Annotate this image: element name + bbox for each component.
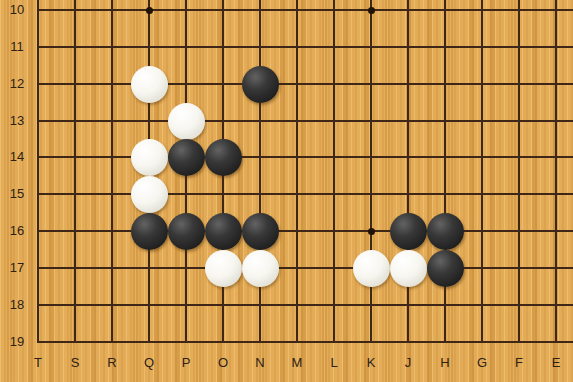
intersection-g11[interactable] xyxy=(464,29,501,66)
intersection-n16[interactable] xyxy=(242,213,279,250)
intersection-j13[interactable] xyxy=(390,103,427,140)
col-label-s: S xyxy=(63,356,87,370)
intersection-l13[interactable] xyxy=(316,103,353,140)
intersection-l11[interactable] xyxy=(316,29,353,66)
intersection-h13[interactable] xyxy=(427,103,464,140)
intersection-s17[interactable] xyxy=(57,250,94,287)
intersection-e17[interactable] xyxy=(538,250,573,287)
intersection-f15[interactable] xyxy=(501,176,538,213)
intersection-j12[interactable] xyxy=(390,66,427,103)
col-label-j: J xyxy=(396,356,420,370)
col-label-h: H xyxy=(433,356,457,370)
intersection-f14[interactable] xyxy=(501,139,538,176)
intersection-k12[interactable] xyxy=(353,66,390,103)
intersection-f13[interactable] xyxy=(501,103,538,140)
intersection-l17[interactable] xyxy=(316,250,353,287)
row-label-13: 13 xyxy=(0,113,34,129)
row-label-15: 15 xyxy=(0,186,34,202)
intersection-o17[interactable] xyxy=(205,250,242,287)
col-label-g: G xyxy=(470,356,494,370)
intersection-o14[interactable] xyxy=(205,139,242,176)
intersection-p11[interactable] xyxy=(168,29,205,66)
col-label-q: Q xyxy=(137,356,161,370)
stone-white xyxy=(353,250,390,287)
intersection-h15[interactable] xyxy=(427,176,464,213)
intersection-q15[interactable] xyxy=(131,176,168,213)
stone-white xyxy=(131,176,168,213)
intersection-r15[interactable] xyxy=(94,176,131,213)
intersection-g10[interactable] xyxy=(464,0,501,29)
intersection-j16[interactable] xyxy=(390,213,427,250)
intersection-h12[interactable] xyxy=(427,66,464,103)
intersection-k15[interactable] xyxy=(353,176,390,213)
intersection-n10[interactable] xyxy=(242,0,279,29)
intersection-e16[interactable] xyxy=(538,213,573,250)
intersection-j17[interactable] xyxy=(390,250,427,287)
intersection-e13[interactable] xyxy=(538,103,573,140)
col-label-e: E xyxy=(544,356,568,370)
intersection-k10[interactable] xyxy=(353,0,390,29)
intersection-n17[interactable] xyxy=(242,250,279,287)
intersection-r11[interactable] xyxy=(94,29,131,66)
intersection-k14[interactable] xyxy=(353,139,390,176)
intersection-h10[interactable] xyxy=(427,0,464,29)
stone-black xyxy=(205,213,242,250)
row-label-19: 19 xyxy=(0,334,34,350)
intersection-f18[interactable] xyxy=(501,287,538,324)
intersection-s18[interactable] xyxy=(57,287,94,324)
stone-black xyxy=(427,250,464,287)
intersection-p14[interactable] xyxy=(168,139,205,176)
intersection-k16[interactable] xyxy=(353,213,390,250)
row-label-16: 16 xyxy=(0,223,34,239)
intersection-f10[interactable] xyxy=(501,0,538,29)
intersection-o15[interactable] xyxy=(205,176,242,213)
intersection-l10[interactable] xyxy=(316,0,353,29)
intersection-g18[interactable] xyxy=(464,287,501,324)
col-label-r: R xyxy=(100,356,124,370)
intersection-k17[interactable] xyxy=(353,250,390,287)
intersection-q11[interactable] xyxy=(131,29,168,66)
intersection-g12[interactable] xyxy=(464,66,501,103)
intersection-r18[interactable] xyxy=(94,287,131,324)
intersection-k13[interactable] xyxy=(353,103,390,140)
row-label-18: 18 xyxy=(0,297,34,313)
col-label-m: M xyxy=(285,356,309,370)
intersection-p18[interactable] xyxy=(168,287,205,324)
intersection-r14[interactable] xyxy=(94,139,131,176)
intersection-l16[interactable] xyxy=(316,213,353,250)
intersection-f11[interactable] xyxy=(501,29,538,66)
intersection-l15[interactable] xyxy=(316,176,353,213)
stone-black xyxy=(168,139,205,176)
row-label-14: 14 xyxy=(0,149,34,165)
intersection-q12[interactable] xyxy=(131,66,168,103)
intersection-f17[interactable] xyxy=(501,250,538,287)
intersection-r16[interactable] xyxy=(94,213,131,250)
intersection-m11[interactable] xyxy=(279,29,316,66)
intersection-s15[interactable] xyxy=(57,176,94,213)
intersection-l18[interactable] xyxy=(316,287,353,324)
intersection-f12[interactable] xyxy=(501,66,538,103)
intersection-m16[interactable] xyxy=(279,213,316,250)
intersection-e14[interactable] xyxy=(538,139,573,176)
col-label-n: N xyxy=(248,356,272,370)
stone-black xyxy=(242,213,279,250)
stone-white xyxy=(168,103,205,140)
col-label-o: O xyxy=(211,356,235,370)
intersection-g14[interactable] xyxy=(464,139,501,176)
intersection-j15[interactable] xyxy=(390,176,427,213)
col-label-t: T xyxy=(26,356,50,370)
row-label-10: 10 xyxy=(0,2,34,18)
intersection-o13[interactable] xyxy=(205,103,242,140)
intersection-r10[interactable] xyxy=(94,0,131,29)
intersection-q17[interactable] xyxy=(131,250,168,287)
stone-white xyxy=(242,250,279,287)
stone-black xyxy=(205,139,242,176)
intersection-s14[interactable] xyxy=(57,139,94,176)
intersection-m17[interactable] xyxy=(279,250,316,287)
intersection-h11[interactable] xyxy=(427,29,464,66)
intersection-r13[interactable] xyxy=(94,103,131,140)
intersection-j10[interactable] xyxy=(390,0,427,29)
intersection-g13[interactable] xyxy=(464,103,501,140)
intersection-n15[interactable] xyxy=(242,176,279,213)
stone-black xyxy=(168,213,205,250)
intersection-g15[interactable] xyxy=(464,176,501,213)
intersection-e15[interactable] xyxy=(538,176,573,213)
intersection-p16[interactable] xyxy=(168,213,205,250)
intersection-s11[interactable] xyxy=(57,29,94,66)
intersection-m10[interactable] xyxy=(279,0,316,29)
col-label-k: K xyxy=(359,356,383,370)
intersection-o10[interactable] xyxy=(205,0,242,29)
intersection-e10[interactable] xyxy=(538,0,573,29)
col-label-f: F xyxy=(507,356,531,370)
stone-white xyxy=(131,66,168,103)
stone-black xyxy=(390,213,427,250)
stone-white xyxy=(131,139,168,176)
intersection-q10[interactable] xyxy=(131,0,168,29)
intersection-e18[interactable] xyxy=(538,287,573,324)
intersection-j18[interactable] xyxy=(390,287,427,324)
intersection-h14[interactable] xyxy=(427,139,464,176)
intersection-f16[interactable] xyxy=(501,213,538,250)
intersection-m14[interactable] xyxy=(279,139,316,176)
intersection-s13[interactable] xyxy=(57,103,94,140)
intersection-m18[interactable] xyxy=(279,287,316,324)
row-label-12: 12 xyxy=(0,76,34,92)
intersection-n12[interactable] xyxy=(242,66,279,103)
stone-white xyxy=(390,250,427,287)
intersection-n18[interactable] xyxy=(242,287,279,324)
intersection-e11[interactable] xyxy=(538,29,573,66)
intersection-g16[interactable] xyxy=(464,213,501,250)
intersection-p10[interactable] xyxy=(168,0,205,29)
intersection-r12[interactable] xyxy=(94,66,131,103)
intersection-o16[interactable] xyxy=(205,213,242,250)
intersection-n13[interactable] xyxy=(242,103,279,140)
intersection-k11[interactable] xyxy=(353,29,390,66)
intersection-s12[interactable] xyxy=(57,66,94,103)
intersection-p13[interactable] xyxy=(168,103,205,140)
intersection-k18[interactable] xyxy=(353,287,390,324)
stone-white xyxy=(205,250,242,287)
intersection-n14[interactable] xyxy=(242,139,279,176)
intersection-h17[interactable] xyxy=(427,250,464,287)
intersection-m15[interactable] xyxy=(279,176,316,213)
intersection-j14[interactable] xyxy=(390,139,427,176)
intersection-g17[interactable] xyxy=(464,250,501,287)
intersection-l12[interactable] xyxy=(316,66,353,103)
intersection-q18[interactable] xyxy=(131,287,168,324)
intersection-j11[interactable] xyxy=(390,29,427,66)
stone-black xyxy=(242,66,279,103)
stone-black xyxy=(427,213,464,250)
intersection-m12[interactable] xyxy=(279,66,316,103)
intersection-h18[interactable] xyxy=(427,287,464,324)
intersection-e12[interactable] xyxy=(538,66,573,103)
stone-black xyxy=(131,213,168,250)
col-label-p: P xyxy=(174,356,198,370)
intersection-l14[interactable] xyxy=(316,139,353,176)
col-label-l: L xyxy=(322,356,346,370)
intersection-h16[interactable] xyxy=(427,213,464,250)
intersection-r17[interactable] xyxy=(94,250,131,287)
go-board: 10111213141516171819 TSRQPONMLKJHGFE xyxy=(0,0,573,382)
intersection-o12[interactable] xyxy=(205,66,242,103)
intersection-o18[interactable] xyxy=(205,287,242,324)
intersection-s10[interactable] xyxy=(57,0,94,29)
intersection-p12[interactable] xyxy=(168,66,205,103)
intersection-q14[interactable] xyxy=(131,139,168,176)
intersection-o11[interactable] xyxy=(205,29,242,66)
intersection-n11[interactable] xyxy=(242,29,279,66)
intersection-s16[interactable] xyxy=(57,213,94,250)
intersection-q16[interactable] xyxy=(131,213,168,250)
intersection-q13[interactable] xyxy=(131,103,168,140)
row-label-17: 17 xyxy=(0,260,34,276)
intersection-m13[interactable] xyxy=(279,103,316,140)
row-label-11: 11 xyxy=(0,39,34,55)
intersection-p17[interactable] xyxy=(168,250,205,287)
intersection-p15[interactable] xyxy=(168,176,205,213)
